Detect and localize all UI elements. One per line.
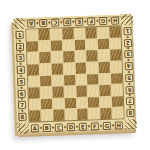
file-top-cell-e: E: [73, 16, 85, 27]
file-top-cell-a: A: [25, 17, 37, 28]
square-d5: [64, 75, 75, 86]
square-d3: [63, 51, 74, 62]
square-e7: [76, 97, 87, 108]
square-e4: [75, 62, 86, 73]
file-top-label-e: E: [75, 17, 83, 25]
rank-right-label-5: 5: [125, 74, 133, 82]
square-e8: [77, 109, 88, 120]
square-a2: [27, 41, 38, 52]
corner-ornament-bottom-left: [17, 123, 29, 134]
square-c6: [52, 87, 63, 98]
square-f8: [89, 109, 100, 120]
file-top-label-a: A: [27, 19, 35, 27]
chess-board: ABCDEFGH ABCDEFGH 12345678 12345678: [13, 14, 137, 134]
square-b5: [40, 75, 51, 86]
square-a4: [28, 64, 39, 75]
file-top-cell-c: C: [49, 16, 61, 27]
square-g6: [100, 85, 111, 96]
square-g7: [100, 97, 111, 108]
square-g3: [98, 50, 109, 61]
file-top-label-d: D: [63, 18, 71, 26]
rank-right-label-7: 7: [126, 97, 134, 105]
rank-right-label-6: 6: [125, 86, 133, 94]
rank-left-label-4: 4: [17, 66, 25, 74]
square-g1: [98, 27, 109, 38]
square-h2: [110, 38, 121, 49]
file-top-label-b: B: [39, 18, 47, 26]
file-top-label-g: G: [99, 16, 107, 24]
rank-left-cell-3: 3: [14, 52, 26, 64]
rank-right-label-4: 4: [125, 62, 133, 70]
rank-right-cell-5: 5: [123, 72, 135, 84]
rank-right-label-1: 1: [123, 27, 131, 35]
square-d4: [63, 63, 74, 74]
rank-left-cell-8: 8: [16, 111, 28, 123]
square-f3: [87, 50, 98, 61]
file-bottom-label-d: D: [67, 123, 75, 131]
file-top-cell-d: D: [61, 16, 73, 27]
corner-ornament-bottom-right: [125, 119, 137, 130]
square-c8: [53, 110, 64, 121]
rank-left-cell-2: 2: [14, 40, 26, 52]
square-h5: [111, 73, 122, 84]
file-bottom-label-h: H: [115, 121, 123, 129]
square-g4: [99, 62, 110, 73]
playing-area: [25, 25, 124, 122]
square-h6: [112, 84, 123, 95]
rank-right-cell-2: 2: [122, 37, 134, 49]
rank-left-cell-4: 4: [15, 64, 27, 76]
square-b6: [40, 87, 51, 98]
square-g5: [99, 73, 110, 84]
rank-left-cell-7: 7: [16, 99, 28, 111]
square-f6: [88, 85, 99, 96]
rank-left-label-8: 8: [18, 113, 26, 121]
square-a6: [28, 87, 39, 98]
square-d6: [64, 86, 75, 97]
square-g2: [98, 38, 109, 49]
square-e5: [76, 74, 87, 85]
file-top-label-c: C: [51, 18, 59, 26]
file-bottom-label-c: C: [55, 123, 63, 131]
file-bottom-cell-b: B: [41, 122, 53, 133]
square-b7: [41, 99, 52, 110]
rank-right-cell-6: 6: [123, 84, 135, 96]
corner-ornament-top-left: [13, 18, 25, 29]
rank-right-label-3: 3: [124, 50, 132, 58]
file-bottom-cell-e: E: [77, 121, 89, 132]
square-g8: [100, 108, 111, 119]
rank-right-cell-8: 8: [124, 107, 136, 119]
square-h7: [112, 96, 123, 107]
file-top-label-h: H: [111, 16, 119, 24]
file-top-cell-f: F: [85, 15, 97, 26]
square-d2: [62, 40, 73, 51]
product-photo: ABCDEFGH ABCDEFGH 12345678 12345678: [0, 0, 150, 150]
file-bottom-label-f: F: [91, 122, 99, 130]
rank-right-cell-7: 7: [124, 95, 136, 107]
square-a7: [29, 99, 40, 110]
corner-ornament-top-right: [121, 14, 133, 25]
rank-left-label-2: 2: [16, 42, 24, 50]
square-c4: [51, 63, 62, 74]
rank-left-cell-1: 1: [13, 29, 25, 41]
square-e3: [75, 51, 86, 62]
rank-right-label-8: 8: [126, 109, 134, 117]
rank-right-cell-1: 1: [121, 25, 133, 37]
square-h3: [110, 50, 121, 61]
file-bottom-cell-a: A: [29, 122, 41, 133]
square-e6: [76, 86, 87, 97]
square-b1: [38, 29, 49, 40]
rank-left-label-5: 5: [17, 78, 25, 86]
file-bottom-cell-f: F: [89, 120, 101, 131]
square-h1: [109, 26, 120, 37]
square-e1: [74, 28, 85, 39]
square-b2: [39, 40, 50, 51]
file-bottom-cell-h: H: [113, 119, 125, 130]
file-bottom-cell-c: C: [53, 121, 65, 132]
square-f7: [88, 97, 99, 108]
square-d1: [62, 28, 73, 39]
square-e2: [74, 39, 85, 50]
rank-left-label-3: 3: [16, 54, 24, 62]
file-bottom-cell-g: G: [101, 120, 113, 131]
file-top-label-f: F: [87, 17, 95, 25]
square-c3: [51, 52, 62, 63]
square-a8: [29, 111, 40, 122]
square-a3: [27, 53, 38, 64]
square-h8: [112, 108, 123, 119]
file-bottom-cell-d: D: [65, 121, 77, 132]
square-c7: [53, 98, 64, 109]
file-bottom-label-e: E: [79, 122, 87, 130]
file-top-cell-g: G: [97, 15, 109, 26]
square-c5: [52, 75, 63, 86]
square-b3: [39, 52, 50, 63]
square-d7: [64, 98, 75, 109]
file-bottom-label-b: B: [43, 123, 51, 131]
square-a5: [28, 76, 39, 87]
rank-right-label-2: 2: [124, 39, 132, 47]
file-bottom-label-g: G: [103, 121, 111, 129]
file-top-cell-b: B: [37, 17, 49, 28]
rank-right-cell-3: 3: [122, 48, 134, 60]
square-b8: [41, 110, 52, 121]
square-f2: [86, 39, 97, 50]
rank-left-label-6: 6: [18, 89, 26, 97]
rank-left-label-7: 7: [18, 101, 26, 109]
square-b4: [40, 64, 51, 75]
square-f1: [86, 27, 97, 38]
rank-right-cell-4: 4: [123, 60, 135, 72]
square-h4: [111, 61, 122, 72]
square-d8: [65, 109, 76, 120]
square-c1: [50, 28, 61, 39]
file-top-cell-h: H: [109, 14, 121, 25]
rank-left-label-1: 1: [15, 31, 23, 39]
square-f5: [87, 74, 98, 85]
rank-left-cell-5: 5: [15, 76, 27, 88]
square-c2: [51, 40, 62, 51]
square-a1: [26, 29, 37, 40]
file-bottom-label-a: A: [31, 124, 39, 132]
square-f4: [87, 62, 98, 73]
rank-left-cell-6: 6: [15, 87, 27, 99]
